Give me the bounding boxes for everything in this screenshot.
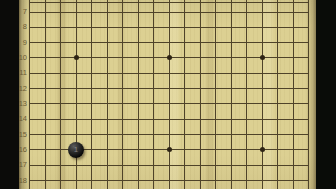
black-stone: 1: [68, 142, 84, 158]
grid-line-horizontal-partial-top: [29, 2, 309, 3]
grid-line-horizontal: [29, 42, 309, 43]
video-frame: 7891011121314151617181: [0, 0, 336, 189]
grid-line-vertical: [246, 0, 247, 189]
grid-line-horizontal: [29, 12, 309, 13]
star-point: [167, 147, 172, 152]
grid-line-horizontal: [29, 73, 309, 74]
row-coordinate-label: 7: [13, 8, 27, 16]
grid-line-vertical: [293, 0, 294, 189]
row-coordinate-label: 16: [13, 146, 27, 154]
row-coordinate-label: 10: [13, 54, 27, 62]
grid-line-vertical: [107, 0, 108, 189]
row-coordinate-label: 12: [13, 85, 27, 93]
grid-line-horizontal: [29, 134, 309, 135]
grid-line-vertical: [153, 0, 154, 189]
row-coordinate-label: 11: [13, 69, 27, 77]
grid-line-horizontal: [29, 165, 309, 166]
grid-line-horizontal: [29, 103, 309, 104]
row-coordinate-label: 9: [13, 39, 27, 47]
grid-line-vertical: [184, 0, 185, 189]
grid-line-vertical: [138, 0, 139, 189]
star-point: [260, 55, 265, 60]
row-coordinate-label: 14: [13, 115, 27, 123]
grid-line-vertical: [277, 0, 278, 189]
grid-line-horizontal: [29, 180, 309, 181]
go-board[interactable]: 7891011121314151617181: [19, 0, 316, 189]
row-coordinate-label: 15: [13, 131, 27, 139]
row-coordinate-label: 8: [13, 23, 27, 31]
letterbox-right-bar: [316, 0, 336, 189]
grid-line-vertical: [215, 0, 216, 189]
move-number-label: 1: [74, 146, 78, 154]
grid-line-vertical: [91, 0, 92, 189]
row-coordinate-label: 17: [13, 161, 27, 169]
grid-line-vertical: [29, 0, 30, 189]
star-point: [167, 55, 172, 60]
row-coordinate-label: 13: [13, 100, 27, 108]
grid-line-vertical: [200, 0, 201, 189]
grid-line-horizontal: [29, 88, 309, 89]
grid-line-vertical: [231, 0, 232, 189]
grid-line-vertical: [308, 0, 309, 189]
star-point: [260, 147, 265, 152]
star-point: [74, 55, 79, 60]
grid-line-horizontal: [29, 119, 309, 120]
grid-line-horizontal: [29, 27, 309, 28]
grid-line-vertical: [262, 0, 263, 189]
grid-line-vertical: [122, 0, 123, 189]
row-coordinate-label: 18: [13, 177, 27, 185]
grid-line-vertical: [169, 0, 170, 189]
grid-line-vertical: [76, 0, 77, 189]
grid-line-vertical: [60, 0, 61, 189]
grid-line-vertical: [45, 0, 46, 189]
